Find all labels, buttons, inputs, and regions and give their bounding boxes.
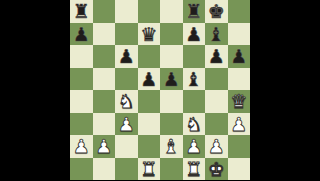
- square-c2[interactable]: [115, 135, 138, 158]
- piece-black-queen[interactable]: ♛: [140, 22, 157, 45]
- square-b6[interactable]: [93, 45, 116, 68]
- square-f3[interactable]: ♞: [183, 113, 206, 136]
- square-f1[interactable]: ♜: [183, 158, 206, 181]
- square-a7[interactable]: ♟: [70, 23, 93, 46]
- square-h6[interactable]: ♟: [228, 45, 251, 68]
- piece-white-pawn[interactable]: ♟: [118, 112, 135, 135]
- piece-black-pawn[interactable]: ♟: [208, 45, 225, 68]
- square-d4[interactable]: [138, 90, 161, 113]
- square-a8[interactable]: ♜: [70, 0, 93, 23]
- square-f2[interactable]: ♟: [183, 135, 206, 158]
- square-h1[interactable]: [228, 158, 251, 181]
- square-a1[interactable]: [70, 158, 93, 181]
- piece-white-rook[interactable]: ♜: [140, 157, 157, 180]
- square-h5[interactable]: [228, 68, 251, 91]
- square-h3[interactable]: ♟: [228, 113, 251, 136]
- chessboard: ♜♜♚♟♛♟♝♟♟♟♟♟♝♞♛♟♞♟♟♟♝♟♟♜♜♚: [70, 0, 250, 180]
- square-g3[interactable]: [205, 113, 228, 136]
- square-d6[interactable]: [138, 45, 161, 68]
- square-b4[interactable]: [93, 90, 116, 113]
- piece-black-rook[interactable]: ♜: [73, 0, 90, 22]
- piece-white-pawn[interactable]: ♟: [185, 135, 202, 158]
- piece-black-pawn[interactable]: ♟: [185, 22, 202, 45]
- square-d3[interactable]: [138, 113, 161, 136]
- square-e5[interactable]: ♟: [160, 68, 183, 91]
- piece-white-queen[interactable]: ♛: [230, 90, 247, 113]
- square-f4[interactable]: [183, 90, 206, 113]
- square-b1[interactable]: [93, 158, 116, 181]
- square-e3[interactable]: [160, 113, 183, 136]
- square-e2[interactable]: ♝: [160, 135, 183, 158]
- square-c4[interactable]: ♞: [115, 90, 138, 113]
- square-d2[interactable]: [138, 135, 161, 158]
- square-b5[interactable]: [93, 68, 116, 91]
- square-f5[interactable]: ♝: [183, 68, 206, 91]
- square-b2[interactable]: ♟: [93, 135, 116, 158]
- piece-black-bishop[interactable]: ♝: [208, 22, 225, 45]
- app-background: ♜♜♚♟♛♟♝♟♟♟♟♟♝♞♛♟♞♟♟♟♝♟♟♜♜♚: [0, 0, 320, 180]
- square-h4[interactable]: ♛: [228, 90, 251, 113]
- square-f7[interactable]: ♟: [183, 23, 206, 46]
- square-a3[interactable]: [70, 113, 93, 136]
- square-c5[interactable]: [115, 68, 138, 91]
- piece-white-knight[interactable]: ♞: [118, 90, 135, 113]
- piece-white-rook[interactable]: ♜: [185, 157, 202, 180]
- square-e4[interactable]: [160, 90, 183, 113]
- square-h2[interactable]: [228, 135, 251, 158]
- piece-black-pawn[interactable]: ♟: [73, 22, 90, 45]
- square-b8[interactable]: [93, 0, 116, 23]
- square-a2[interactable]: ♟: [70, 135, 93, 158]
- square-g1[interactable]: ♚: [205, 158, 228, 181]
- square-g6[interactable]: ♟: [205, 45, 228, 68]
- square-c8[interactable]: [115, 0, 138, 23]
- square-g5[interactable]: [205, 68, 228, 91]
- square-g8[interactable]: ♚: [205, 0, 228, 23]
- square-f6[interactable]: [183, 45, 206, 68]
- square-e6[interactable]: [160, 45, 183, 68]
- square-e7[interactable]: [160, 23, 183, 46]
- square-d5[interactable]: ♟: [138, 68, 161, 91]
- square-c7[interactable]: [115, 23, 138, 46]
- square-h8[interactable]: [228, 0, 251, 23]
- square-d8[interactable]: [138, 0, 161, 23]
- piece-white-pawn[interactable]: ♟: [208, 135, 225, 158]
- piece-white-pawn[interactable]: ♟: [230, 112, 247, 135]
- piece-black-rook[interactable]: ♜: [185, 0, 202, 22]
- piece-black-pawn[interactable]: ♟: [118, 45, 135, 68]
- piece-black-bishop[interactable]: ♝: [185, 67, 202, 90]
- piece-black-pawn[interactable]: ♟: [163, 67, 180, 90]
- square-f8[interactable]: ♜: [183, 0, 206, 23]
- square-a4[interactable]: [70, 90, 93, 113]
- square-a5[interactable]: [70, 68, 93, 91]
- piece-black-king[interactable]: ♚: [208, 0, 225, 22]
- square-c6[interactable]: ♟: [115, 45, 138, 68]
- square-g2[interactable]: ♟: [205, 135, 228, 158]
- square-b3[interactable]: [93, 113, 116, 136]
- square-d1[interactable]: ♜: [138, 158, 161, 181]
- piece-white-king[interactable]: ♚: [208, 157, 225, 180]
- piece-white-bishop[interactable]: ♝: [163, 135, 180, 158]
- piece-black-pawn[interactable]: ♟: [230, 45, 247, 68]
- square-g7[interactable]: ♝: [205, 23, 228, 46]
- square-a6[interactable]: [70, 45, 93, 68]
- piece-black-pawn[interactable]: ♟: [140, 67, 157, 90]
- square-d7[interactable]: ♛: [138, 23, 161, 46]
- square-g4[interactable]: [205, 90, 228, 113]
- square-c3[interactable]: ♟: [115, 113, 138, 136]
- square-e8[interactable]: [160, 0, 183, 23]
- piece-white-knight[interactable]: ♞: [185, 112, 202, 135]
- square-c1[interactable]: [115, 158, 138, 181]
- piece-white-pawn[interactable]: ♟: [73, 135, 90, 158]
- square-h7[interactable]: [228, 23, 251, 46]
- piece-white-pawn[interactable]: ♟: [95, 135, 112, 158]
- square-e1[interactable]: [160, 158, 183, 181]
- square-b7[interactable]: [93, 23, 116, 46]
